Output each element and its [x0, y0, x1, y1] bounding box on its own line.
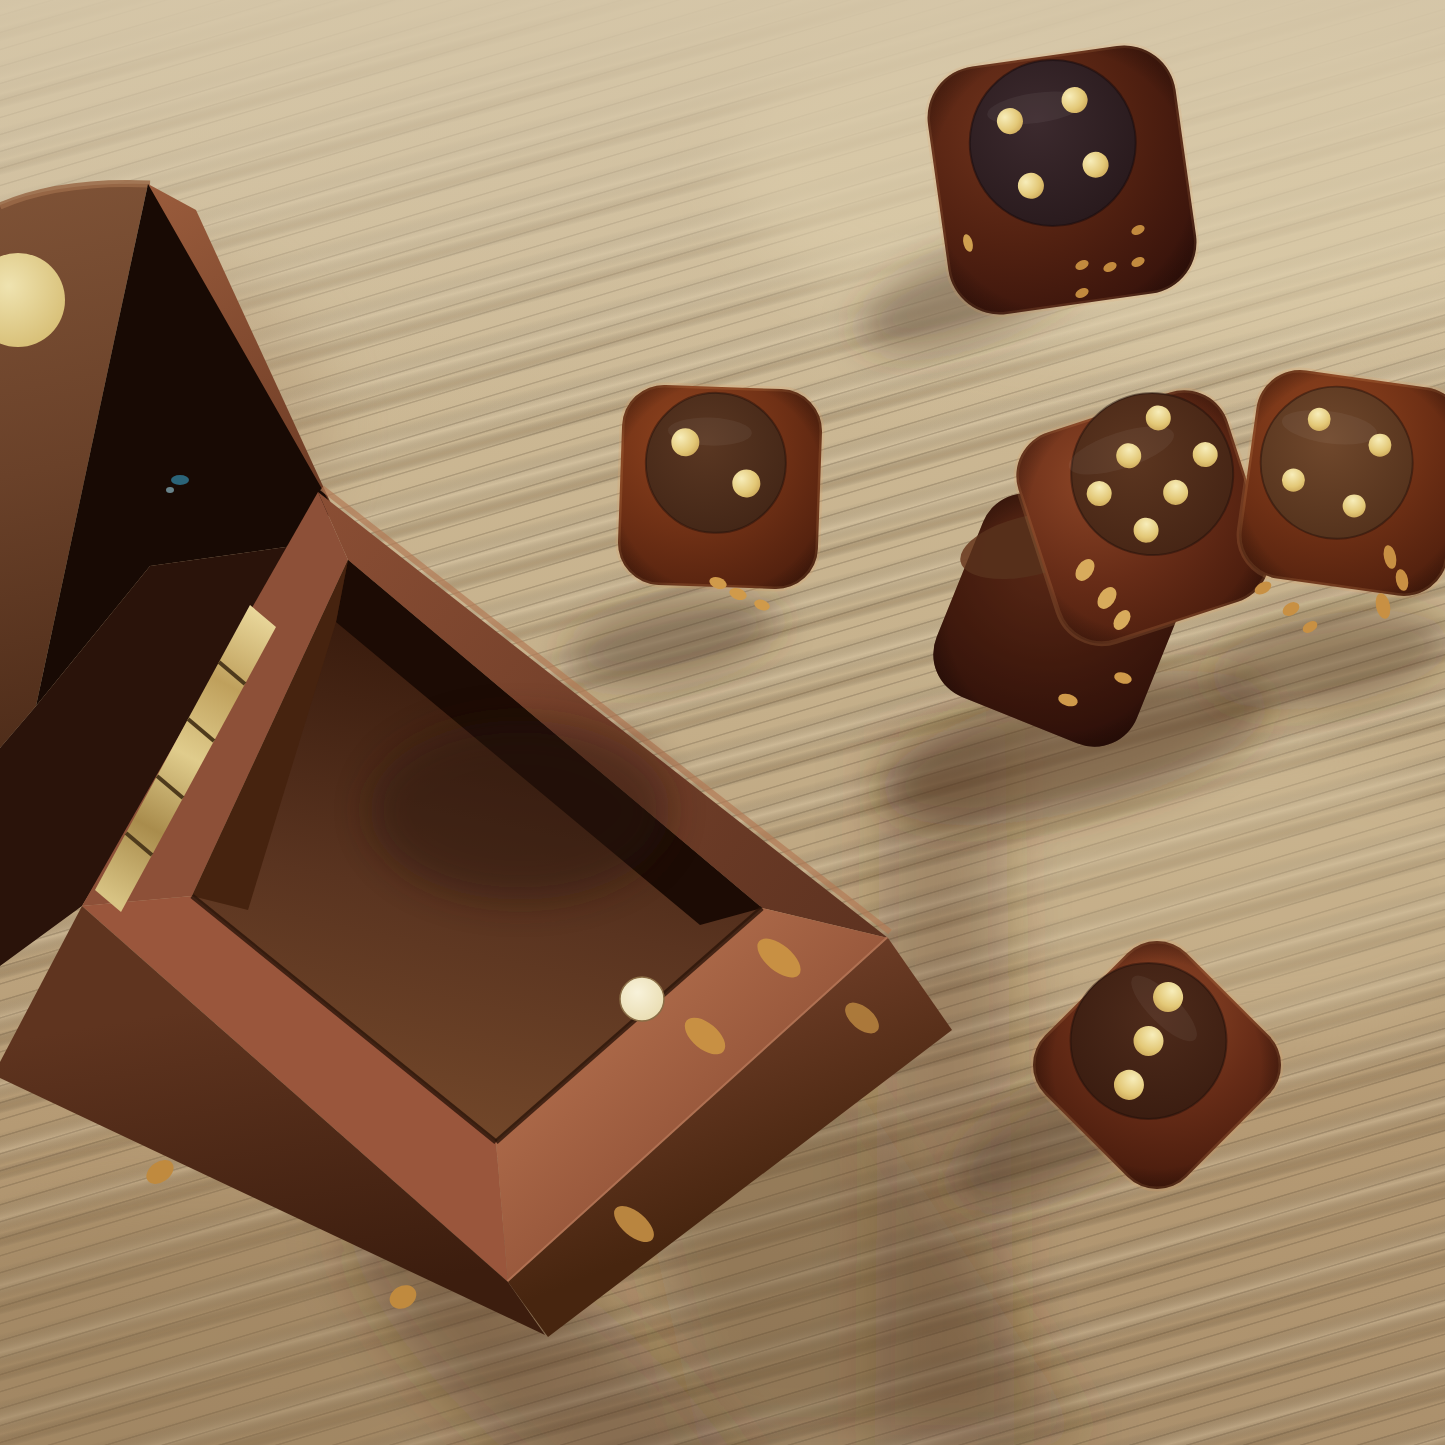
box-pip [620, 977, 664, 1021]
glint [171, 475, 189, 485]
die-mid-left [617, 384, 824, 591]
glint [166, 487, 174, 493]
die-cluster-right [1233, 364, 1445, 601]
die-top-right [921, 39, 1203, 321]
dice-set-photo [0, 0, 1445, 1445]
